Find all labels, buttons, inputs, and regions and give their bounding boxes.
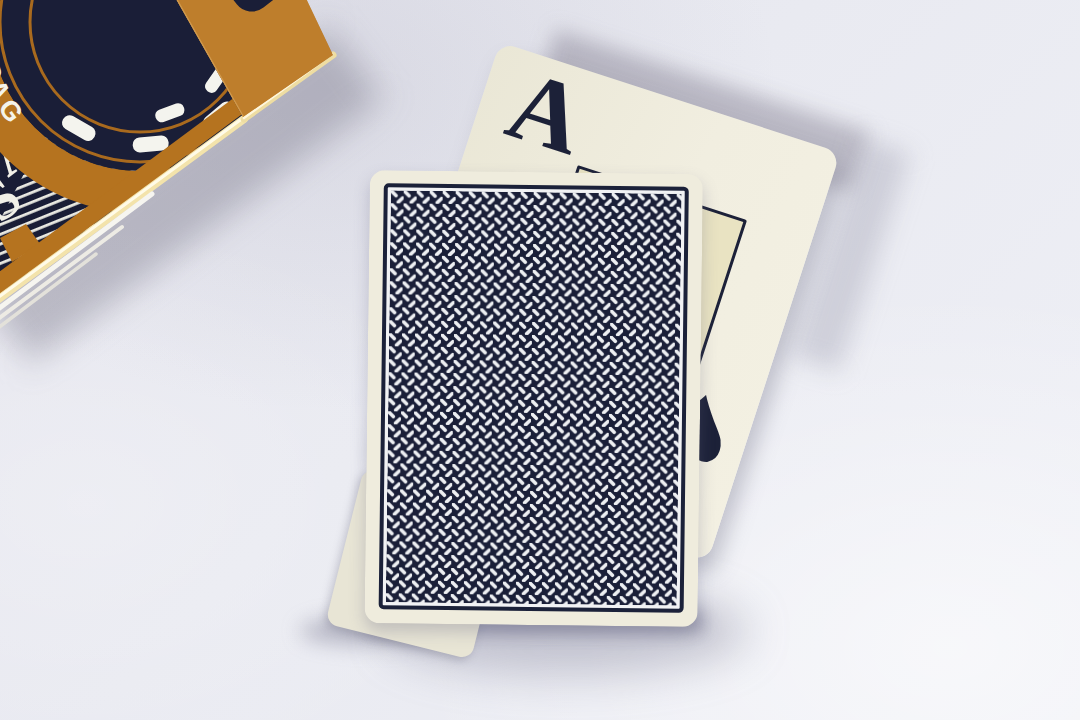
face-down-deck-card bbox=[364, 170, 703, 627]
card-back-frame bbox=[379, 183, 689, 613]
table-scene: A S 100 COPAG bbox=[0, 0, 1080, 720]
ace-rank-index: A bbox=[496, 51, 597, 173]
card-box: A S 100 COPAG bbox=[0, 0, 380, 360]
card-back-weave-pattern bbox=[386, 190, 682, 606]
